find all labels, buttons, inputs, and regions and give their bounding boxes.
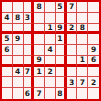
cell-r6c8[interactable]: 1 bbox=[77, 56, 88, 67]
cell-r6c3[interactable] bbox=[24, 56, 35, 67]
cell-r8c4[interactable] bbox=[34, 77, 45, 88]
cell-r1c6[interactable]: 5 bbox=[56, 2, 67, 13]
cell-r7c2[interactable]: 4 bbox=[13, 67, 24, 78]
cell-r5c3[interactable] bbox=[24, 45, 35, 56]
cell-r2c9[interactable] bbox=[88, 13, 99, 24]
cell-r1c2[interactable] bbox=[13, 2, 24, 13]
cell-r4c3[interactable] bbox=[24, 34, 35, 45]
cell-r2c2[interactable]: 8 bbox=[13, 13, 24, 24]
cell-r4c2[interactable]: 9 bbox=[13, 34, 24, 45]
cell-r8c5[interactable] bbox=[45, 77, 56, 88]
cell-r5c7[interactable] bbox=[67, 45, 78, 56]
cell-r8c9[interactable]: 2 bbox=[88, 77, 99, 88]
cell-r7c3[interactable]: 7 bbox=[24, 67, 35, 78]
cell-r3c8[interactable]: 8 bbox=[77, 24, 88, 35]
cell-r4c6[interactable]: 1 bbox=[56, 34, 67, 45]
cell-r5c2[interactable] bbox=[13, 45, 24, 56]
cell-r7c1[interactable] bbox=[2, 67, 13, 78]
cell-r3c1[interactable] bbox=[2, 24, 13, 35]
cell-r2c5[interactable] bbox=[45, 13, 56, 24]
cell-r3c2[interactable] bbox=[13, 24, 24, 35]
cell-r9c3[interactable]: 6 bbox=[24, 88, 35, 99]
cell-r1c3[interactable] bbox=[24, 2, 35, 13]
cell-r3c7[interactable]: 2 bbox=[67, 24, 78, 35]
cell-r7c9[interactable] bbox=[88, 67, 99, 78]
cell-r8c1[interactable] bbox=[2, 77, 13, 88]
cell-r9c4[interactable]: 7 bbox=[34, 88, 45, 99]
cell-r3c4[interactable] bbox=[34, 24, 45, 35]
cell-r9c6[interactable]: 8 bbox=[56, 88, 67, 99]
cell-r9c7[interactable] bbox=[67, 88, 78, 99]
cell-r6c4[interactable]: 9 bbox=[34, 56, 45, 67]
cell-r4c5[interactable] bbox=[45, 34, 56, 45]
cell-r3c9[interactable] bbox=[88, 24, 99, 35]
cell-r8c3[interactable] bbox=[24, 77, 35, 88]
cell-r1c1[interactable] bbox=[2, 2, 13, 13]
cell-r7c5[interactable]: 2 bbox=[45, 67, 56, 78]
sudoku-board: 85748319285916499164712372678 bbox=[0, 0, 101, 101]
cell-r5c1[interactable]: 6 bbox=[2, 45, 13, 56]
cell-r9c2[interactable] bbox=[13, 88, 24, 99]
cell-r3c3[interactable] bbox=[24, 24, 35, 35]
cell-r6c7[interactable] bbox=[67, 56, 78, 67]
cell-r5c5[interactable]: 4 bbox=[45, 45, 56, 56]
cell-r4c9[interactable] bbox=[88, 34, 99, 45]
cell-r6c1[interactable] bbox=[2, 56, 13, 67]
cell-r1c5[interactable] bbox=[45, 2, 56, 13]
cell-r1c8[interactable] bbox=[77, 2, 88, 13]
cell-r8c7[interactable]: 3 bbox=[67, 77, 78, 88]
cell-r9c9[interactable] bbox=[88, 88, 99, 99]
cell-r2c7[interactable] bbox=[67, 13, 78, 24]
cell-r1c4[interactable]: 8 bbox=[34, 2, 45, 13]
cell-r8c2[interactable] bbox=[13, 77, 24, 88]
cell-r9c8[interactable] bbox=[77, 88, 88, 99]
cell-r2c6[interactable] bbox=[56, 13, 67, 24]
cell-r7c6[interactable] bbox=[56, 67, 67, 78]
cell-r1c9[interactable] bbox=[88, 2, 99, 13]
cell-r3c6[interactable]: 9 bbox=[56, 24, 67, 35]
cell-r5c6[interactable] bbox=[56, 45, 67, 56]
cell-r6c2[interactable] bbox=[13, 56, 24, 67]
cell-r4c1[interactable]: 5 bbox=[2, 34, 13, 45]
cell-r7c7[interactable] bbox=[67, 67, 78, 78]
cell-r4c4[interactable] bbox=[34, 34, 45, 45]
cell-r8c8[interactable]: 7 bbox=[77, 77, 88, 88]
cell-r6c5[interactable] bbox=[45, 56, 56, 67]
cell-r9c1[interactable] bbox=[2, 88, 13, 99]
cell-r4c7[interactable] bbox=[67, 34, 78, 45]
cell-r7c4[interactable]: 1 bbox=[34, 67, 45, 78]
cell-r6c6[interactable] bbox=[56, 56, 67, 67]
cell-r3c5[interactable]: 1 bbox=[45, 24, 56, 35]
cell-r4c8[interactable] bbox=[77, 34, 88, 45]
cell-r9c5[interactable] bbox=[45, 88, 56, 99]
cell-r8c6[interactable] bbox=[56, 77, 67, 88]
cell-r1c7[interactable]: 7 bbox=[67, 2, 78, 13]
cell-r2c4[interactable] bbox=[34, 13, 45, 24]
cell-r7c8[interactable] bbox=[77, 67, 88, 78]
cell-r2c1[interactable]: 4 bbox=[2, 13, 13, 24]
cell-r6c9[interactable]: 6 bbox=[88, 56, 99, 67]
cell-r2c3[interactable]: 3 bbox=[24, 13, 35, 24]
cell-r2c8[interactable] bbox=[77, 13, 88, 24]
